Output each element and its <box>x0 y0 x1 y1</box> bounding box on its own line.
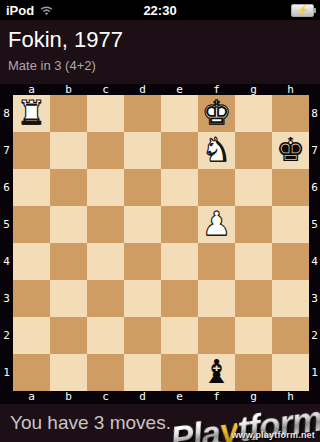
rank-label-7: 7 <box>3 132 10 169</box>
page-title: Fokin, 1977 <box>8 27 320 53</box>
square-f8[interactable]: ♚ <box>198 95 235 132</box>
square-b4[interactable] <box>50 243 87 280</box>
file-labels-bottom: abcdefgh <box>13 391 320 402</box>
square-f5[interactable]: ♟ <box>198 206 235 243</box>
square-a8[interactable]: ♜ <box>13 95 50 132</box>
app-screen: iPod 22:30 ⚡ Fokin, 1977 Mate in 3 (4+2)… <box>0 0 320 442</box>
square-d8[interactable] <box>124 95 161 132</box>
square-g5[interactable] <box>235 206 272 243</box>
square-c4[interactable] <box>87 243 124 280</box>
square-h6[interactable] <box>272 169 309 206</box>
piece-black-bishop[interactable]: ♝ <box>202 355 232 388</box>
square-g7[interactable] <box>235 132 272 169</box>
square-a5[interactable] <box>13 206 50 243</box>
piece-white-knight[interactable]: ♞ <box>202 133 232 166</box>
square-c2[interactable] <box>87 317 124 354</box>
square-b8[interactable] <box>50 95 87 132</box>
rank-label-2: 2 <box>3 317 10 354</box>
rank-label-1: 1 <box>311 354 318 391</box>
square-b5[interactable] <box>50 206 87 243</box>
puzzle-header: Fokin, 1977 Mate in 3 (4+2) <box>0 20 320 84</box>
file-label-b: b <box>50 391 87 402</box>
square-c1[interactable] <box>87 354 124 391</box>
rank-label-3: 3 <box>3 280 10 317</box>
square-b1[interactable] <box>50 354 87 391</box>
piece-white-rook[interactable]: ♜ <box>17 96 47 129</box>
square-h1[interactable] <box>272 354 309 391</box>
square-f4[interactable] <box>198 243 235 280</box>
piece-white-pawn[interactable]: ♟ <box>202 207 232 240</box>
playtform-url: www.playtform.net <box>231 430 315 440</box>
square-a3[interactable] <box>13 280 50 317</box>
square-f3[interactable] <box>198 280 235 317</box>
rank-label-4: 4 <box>311 243 318 280</box>
square-h2[interactable] <box>272 317 309 354</box>
file-label-a: a <box>13 391 50 402</box>
rank-label-5: 5 <box>311 206 318 243</box>
square-g6[interactable] <box>235 169 272 206</box>
square-b3[interactable] <box>50 280 87 317</box>
square-e4[interactable] <box>161 243 198 280</box>
square-d5[interactable] <box>124 206 161 243</box>
battery-charging-icon: ⚡ <box>291 4 314 17</box>
square-c6[interactable] <box>87 169 124 206</box>
rank-label-4: 4 <box>3 243 10 280</box>
square-e1[interactable] <box>161 354 198 391</box>
rank-label-6: 6 <box>311 169 318 206</box>
square-d6[interactable] <box>124 169 161 206</box>
square-f1[interactable]: ♝ <box>198 354 235 391</box>
square-d1[interactable] <box>124 354 161 391</box>
puzzle-subtitle: Mate in 3 (4+2) <box>8 58 320 73</box>
square-d3[interactable] <box>124 280 161 317</box>
piece-white-king[interactable]: ♚ <box>202 96 232 129</box>
file-label-f: f <box>198 391 235 402</box>
square-h7[interactable]: ♚ <box>272 132 309 169</box>
square-b6[interactable] <box>50 169 87 206</box>
file-label-d: d <box>124 391 161 402</box>
square-g1[interactable] <box>235 354 272 391</box>
square-e6[interactable] <box>161 169 198 206</box>
square-d4[interactable] <box>124 243 161 280</box>
square-d2[interactable] <box>124 317 161 354</box>
square-c7[interactable] <box>87 132 124 169</box>
square-c8[interactable] <box>87 95 124 132</box>
moves-remaining-message: You have 3 moves. <box>10 412 171 434</box>
square-a7[interactable] <box>13 132 50 169</box>
square-f6[interactable] <box>198 169 235 206</box>
rank-label-8: 8 <box>3 95 10 132</box>
square-a2[interactable] <box>13 317 50 354</box>
file-label-h: h <box>272 84 309 95</box>
rank-label-3: 3 <box>311 280 318 317</box>
rank-label-7: 7 <box>311 132 318 169</box>
rank-label-6: 6 <box>3 169 10 206</box>
square-b2[interactable] <box>50 317 87 354</box>
square-e2[interactable] <box>161 317 198 354</box>
square-e5[interactable] <box>161 206 198 243</box>
file-label-c: c <box>87 84 124 95</box>
square-e7[interactable] <box>161 132 198 169</box>
file-label-d: d <box>124 84 161 95</box>
square-d7[interactable] <box>124 132 161 169</box>
rank-label-1: 1 <box>3 354 10 391</box>
status-bar: iPod 22:30 ⚡ <box>0 0 320 20</box>
rank-label-5: 5 <box>3 206 10 243</box>
square-g2[interactable] <box>235 317 272 354</box>
piece-black-king[interactable]: ♚ <box>276 133 306 166</box>
square-c5[interactable] <box>87 206 124 243</box>
square-g3[interactable] <box>235 280 272 317</box>
chess-board-area: abcdefgh ♜♚♞♚♟♝ abcdefgh 87654321 876543… <box>0 84 320 402</box>
file-labels-top: abcdefgh <box>13 84 320 95</box>
rank-label-2: 2 <box>311 317 318 354</box>
square-h4[interactable] <box>272 243 309 280</box>
board-grid[interactable]: ♜♚♞♚♟♝ <box>13 95 309 391</box>
file-label-e: e <box>161 391 198 402</box>
charging-bolt-icon: ⚡ <box>297 6 308 15</box>
square-e3[interactable] <box>161 280 198 317</box>
file-label-g: g <box>235 391 272 402</box>
square-h3[interactable] <box>272 280 309 317</box>
file-label-e: e <box>161 84 198 95</box>
carrier-label: iPod <box>6 3 34 18</box>
square-f2[interactable] <box>198 317 235 354</box>
square-g8[interactable] <box>235 95 272 132</box>
rank-labels-right: 87654321 <box>309 95 320 391</box>
square-b7[interactable] <box>50 132 87 169</box>
square-f7[interactable]: ♞ <box>198 132 235 169</box>
file-label-c: c <box>87 391 124 402</box>
rank-labels-left: 87654321 <box>0 95 13 391</box>
square-c3[interactable] <box>87 280 124 317</box>
wifi-icon <box>39 5 54 16</box>
file-label-b: b <box>50 84 87 95</box>
square-h8[interactable] <box>272 95 309 132</box>
square-a6[interactable] <box>13 169 50 206</box>
square-e8[interactable] <box>161 95 198 132</box>
square-g4[interactable] <box>235 243 272 280</box>
file-label-g: g <box>235 84 272 95</box>
square-a1[interactable] <box>13 354 50 391</box>
square-h5[interactable] <box>272 206 309 243</box>
square-a4[interactable] <box>13 243 50 280</box>
rank-label-8: 8 <box>311 95 318 132</box>
